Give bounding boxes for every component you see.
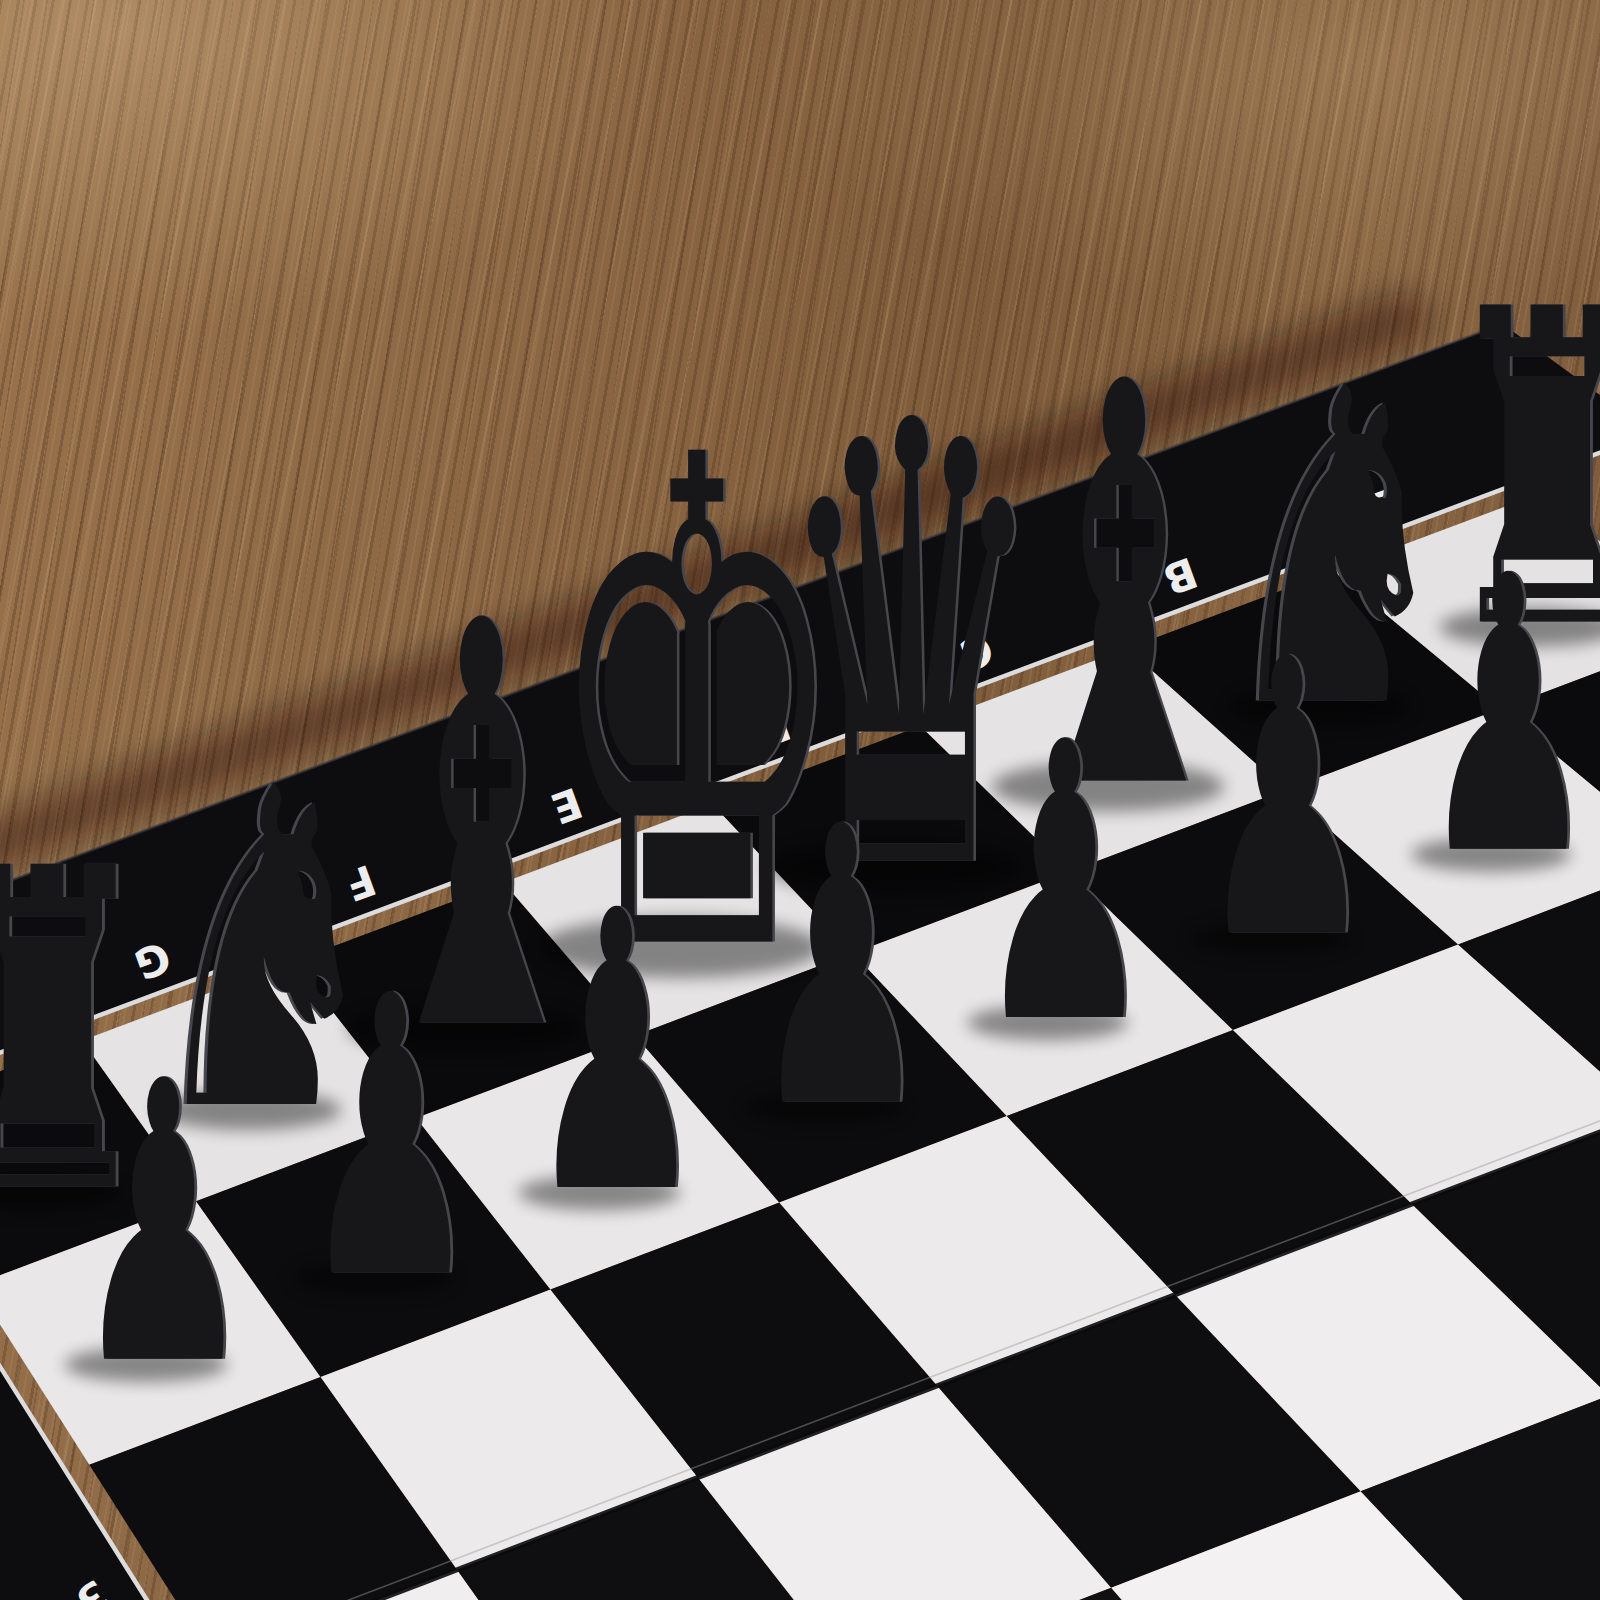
pawn-glyph: ♟	[527, 829, 706, 1277]
pawn-glyph: ♟	[1419, 495, 1596, 939]
pawn-glyph: ♟	[752, 745, 931, 1192]
chessboard: HGFEDCBA12345678 ♜♜♞♞♟♟♝♝♟♟♛♛♟♟♚♚♟♟♝♝♟♟♞…	[0, 0, 1600, 1600]
pawn-glyph: ♟	[300, 915, 480, 1364]
piece-black-pawn-g7[interactable]: ♟♟	[300, 915, 483, 1364]
piece-black-pawn-f7[interactable]: ♟♟	[527, 829, 709, 1277]
piece-black-pawn-h7[interactable]: ♟♟	[73, 1000, 256, 1450]
pawn-glyph: ♟	[73, 1000, 253, 1450]
piece-black-pawn-c7[interactable]: ♟♟	[1198, 579, 1379, 1023]
piece-black-pawn-e7[interactable]: ♟♟	[752, 745, 934, 1192]
pawn-glyph: ♟	[1198, 579, 1376, 1023]
photo-scene: HGFEDCBA12345678 ♜♜♞♞♟♟♝♝♟♟♛♛♟♟♚♚♟♟♝♝♟♟♞…	[0, 0, 1600, 1600]
piece-black-pawn-b7[interactable]: ♟♟	[1419, 495, 1599, 939]
piece-black-pawn-d7[interactable]: ♟♟	[975, 662, 1156, 1107]
pawn-glyph: ♟	[975, 662, 1153, 1107]
